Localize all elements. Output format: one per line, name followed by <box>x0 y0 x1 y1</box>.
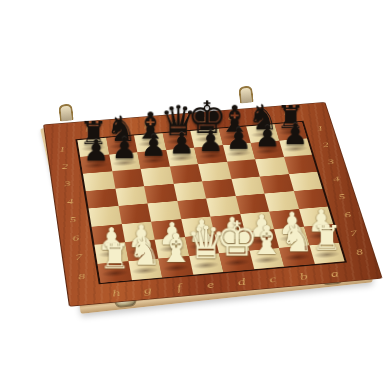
chess-board: ♜♞♝♛♚♝♞♜♟♟♟♟♟♟♟♟♟♟♟♟♟♟♟♟♜♞♝♛♚♝♞♜ hgfedcb… <box>43 102 383 307</box>
square-a4[interactable] <box>288 171 322 191</box>
coord-rank-left-5: 5 <box>69 215 77 224</box>
coord-file-bottom-g: g <box>143 285 153 296</box>
brass-hinge-icon <box>238 85 254 103</box>
coord-rank-right-3: 3 <box>326 157 335 165</box>
square-h8[interactable]: ♜ <box>98 261 132 283</box>
coord-rank-right-5: 5 <box>337 192 346 200</box>
square-e4[interactable] <box>173 181 206 201</box>
coord-file-bottom-f: f <box>176 282 182 292</box>
coord-rank-right-4: 4 <box>332 174 341 182</box>
coord-file-bottom-a: a <box>329 268 340 278</box>
square-c4[interactable] <box>231 176 264 196</box>
brass-hinge-icon <box>58 103 74 121</box>
play-area: ♜♞♝♛♚♝♞♜♟♟♟♟♟♟♟♟♟♟♟♟♟♟♟♟♜♞♝♛♚♝♞♜ <box>75 121 347 285</box>
square-h4[interactable] <box>86 188 118 208</box>
coord-file-bottom-d: d <box>236 276 246 287</box>
square-h3[interactable] <box>83 171 115 191</box>
chess-set-photo: ♜♞♝♛♚♝♞♜♟♟♟♟♟♟♟♟♟♟♟♟♟♟♟♟♜♞♝♛♚♝♞♜ hgfedcb… <box>0 0 390 390</box>
board-frame: ♜♞♝♛♚♝♞♜♟♟♟♟♟♟♟♟♟♟♟♟♟♟♟♟♜♞♝♛♚♝♞♜ hgfedcb… <box>43 102 383 307</box>
square-d4[interactable] <box>202 179 235 199</box>
coord-file-bottom-b: b <box>298 271 308 281</box>
coord-rank-left-4: 4 <box>66 197 74 205</box>
coord-file-bottom-c: c <box>268 274 277 284</box>
piece-white-rook[interactable]: ♜ <box>81 239 148 274</box>
piece-black-pawn[interactable]: ♟ <box>65 136 128 165</box>
coord-rank-left-3: 3 <box>64 179 72 187</box>
coord-file-bottom-e: e <box>206 279 215 290</box>
coord-file-bottom-h: h <box>111 288 121 299</box>
